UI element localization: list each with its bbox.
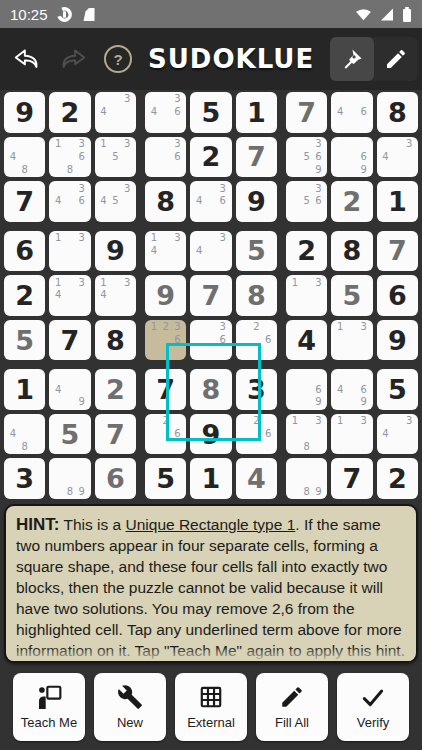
cell-value: 9 [156,282,175,309]
cell-r7c2[interactable]: 49 [49,369,90,410]
cell-value: 1 [15,376,34,403]
cell-r8c5[interactable]: 9 [190,414,231,455]
status-bar: 10:25 [0,0,422,28]
cell-r2c2[interactable]: 1368 [49,137,90,178]
cell-value: 5 [156,465,175,492]
redo-button[interactable] [58,47,88,71]
cell-r2c4[interactable]: 36 [145,137,186,178]
cell-r2c6[interactable]: 7 [236,137,277,178]
cell-r8c4[interactable]: 26 [145,414,186,455]
cell-value: 6 [388,282,407,309]
candidate-marks: 13 [334,321,369,360]
hint-text-lead: This is a [59,516,125,533]
cell-value: 8 [343,237,362,264]
cell-r9c1[interactable]: 3 [4,458,45,499]
cell-r9c2[interactable]: 89 [49,458,90,499]
cell-value: 6 [15,237,34,264]
cell-r6c3[interactable]: 8 [95,320,136,361]
clock: 10:25 [10,6,48,23]
cell-r1c2[interactable]: 2 [49,92,90,133]
cell-value: 7 [247,143,266,170]
candidate-marks: 26 [239,321,274,360]
cell-r5c6[interactable]: 8 [236,275,277,316]
cell-r6c7[interactable]: 4 [286,320,327,361]
cell-r7c7[interactable]: 69 [286,369,327,410]
cell-r9c3[interactable]: 6 [95,458,136,499]
cell-r1c8[interactable]: 46 [331,92,372,133]
undo-icon [12,47,42,71]
cell-r4c3[interactable]: 9 [95,231,136,272]
cell-r4c8[interactable]: 8 [331,231,372,272]
candidate-marks: 89 [52,459,87,498]
external-label: External [187,715,235,730]
checkmark-icon [360,684,386,710]
candidate-marks: 36 [193,321,228,360]
cell-r4c6[interactable]: 5 [236,231,277,272]
cell-r3c2[interactable]: 346 [49,181,90,222]
page-title: SUDOKLUE [148,44,314,74]
cell-value: 9 [247,188,266,215]
cell-value: 3 [15,465,34,492]
hint-technique-link[interactable]: Unique Rectangle type 1 [126,516,296,533]
cell-r1c4[interactable]: 346 [145,92,186,133]
cell-r6c5[interactable]: 36 [190,320,231,361]
candidate-marks: 48 [7,415,42,454]
cell-r6c9[interactable]: 9 [377,320,418,361]
candidate-marks: 134 [98,276,133,315]
hint-label: HINT: [16,515,59,534]
cell-value: 8 [106,327,125,354]
cell-r6c4[interactable]: 1236 [145,320,186,361]
redo-icon [58,47,88,71]
cell-value: 5 [247,237,266,264]
cell-value: 7 [106,421,125,448]
grid-icon [198,684,224,710]
candidate-marks: 13 [334,415,369,454]
cell-r7c1[interactable]: 1 [4,369,45,410]
external-button[interactable]: External [175,673,247,741]
cell-r3c1[interactable]: 7 [4,181,45,222]
cell-r5c4[interactable]: 9 [145,275,186,316]
cell-value: 2 [388,465,407,492]
candidate-marks: 138 [289,415,324,454]
cell-r7c6[interactable]: 3 [236,369,277,410]
cell-value: 2 [61,99,80,126]
candidate-marks: 469 [334,370,369,409]
wrench-icon [117,684,143,710]
candidate-marks: 26 [239,415,274,454]
cell-r3c9[interactable]: 1 [377,181,418,222]
candidate-marks: 48 [7,138,42,177]
wifi-icon [355,8,372,21]
cell-r4c5[interactable]: 34 [190,231,231,272]
cell-r6c1[interactable]: 5 [4,320,45,361]
cell-value: 7 [15,188,34,215]
verify-label: Verify [357,715,390,730]
cell-r3c6[interactable]: 9 [236,181,277,222]
cell-r8c6[interactable]: 26 [236,414,277,455]
cell-r9c9[interactable]: 2 [377,458,418,499]
cell-r3c5[interactable]: 346 [190,181,231,222]
candidate-marks: 134 [52,276,87,315]
candidate-marks: 34 [380,138,415,177]
new-label: New [117,715,143,730]
sd-card-icon [81,6,96,23]
cell-r8c1[interactable]: 48 [4,414,45,455]
cell-value: 2 [15,282,34,309]
cell-value: 8 [247,282,266,309]
cell-r5c5[interactable]: 7 [190,275,231,316]
cell-r4c9[interactable]: 7 [377,231,418,272]
candidate-marks: 1368 [52,138,87,177]
cell-r9c6[interactable]: 4 [236,458,277,499]
verify-button[interactable]: Verify [337,673,409,741]
candidate-marks: 346 [193,182,228,221]
cell-r7c9[interactable]: 5 [377,369,418,410]
solution-pen-button[interactable] [374,37,418,81]
cell-r1c9[interactable]: 8 [377,92,418,133]
cell-value: 1 [202,465,221,492]
candidate-marks: 356 [289,182,324,221]
cell-value: 5 [61,421,80,448]
cell-r3c8[interactable]: 2 [331,181,372,222]
hint-box: HINT: This is a Unique Rectangle type 1.… [4,504,418,663]
cell-r3c7[interactable]: 356 [286,181,327,222]
cell-value: 7 [343,465,362,492]
cell-value: 9 [106,237,125,264]
candidate-marks: 46 [334,93,369,132]
candidate-marks: 49 [52,370,87,409]
cell-value: 4 [247,465,266,492]
cell-r4c7[interactable]: 2 [286,231,327,272]
cell-value: 4 [297,327,316,354]
cell-r5c1[interactable]: 2 [4,275,45,316]
cell-value: 3 [247,376,266,403]
data-saver-icon [56,6,73,23]
cell-value: 2 [106,376,125,403]
cell-r8c7[interactable]: 138 [286,414,327,455]
cell-value: 7 [297,99,316,126]
candidate-marks: 69 [334,138,369,177]
pen-mode-group [330,37,418,81]
cell-value: 8 [156,188,175,215]
cell-r8c8[interactable]: 13 [331,414,372,455]
cell-value: 7 [61,327,80,354]
cell-r8c3[interactable]: 7 [95,414,136,455]
cell-r6c2[interactable]: 7 [49,320,90,361]
teach-me-button[interactable]: Teach Me [13,673,85,741]
cell-r9c4[interactable]: 5 [145,458,186,499]
new-button[interactable]: New [94,673,166,741]
cell-r2c5[interactable]: 2 [190,137,231,178]
bottom-toolbar: Teach Me New External Fill All Verify [0,663,422,741]
hint-text-body: . If the same two numbers appear in four… [16,516,405,659]
cell-r9c8[interactable]: 7 [331,458,372,499]
cell-r5c7[interactable]: 13 [286,275,327,316]
cell-r7c3[interactable]: 2 [95,369,136,410]
cell-r7c4[interactable]: 7 [145,369,186,410]
app-bar: ? SUDOKLUE [0,28,422,90]
cell-r3c3[interactable]: 345 [95,181,136,222]
cell-r2c9[interactable]: 34 [377,137,418,178]
candidate-marks: 1236 [148,321,183,360]
candidate-marks: 34 [380,415,415,454]
cell-value: 8 [388,99,407,126]
cell-value: 7 [202,282,221,309]
candidate-pen-button[interactable] [330,37,374,81]
cell-r4c4[interactable]: 134 [145,231,186,272]
fountain-pen-icon [339,46,365,72]
teach-me-label: Teach Me [21,715,77,730]
candidate-marks: 34 [98,93,133,132]
candidate-marks: 3569 [289,138,324,177]
cell-r6c6[interactable]: 26 [236,320,277,361]
fill-all-label: Fill All [275,715,309,730]
cell-r1c7[interactable]: 7 [286,92,327,133]
cell-r9c5[interactable]: 1 [190,458,231,499]
cell-r8c9[interactable]: 34 [377,414,418,455]
candidate-marks: 36 [148,138,183,177]
cell-value: 7 [156,376,175,403]
cell-r7c8[interactable]: 469 [331,369,372,410]
cell-value: 7 [388,237,407,264]
cell-value: 5 [343,282,362,309]
cell-r2c8[interactable]: 69 [331,137,372,178]
battery-icon [402,6,412,23]
undo-button[interactable] [12,47,42,71]
cell-value: 6 [106,465,125,492]
candidate-marks: 346 [52,182,87,221]
candidate-marks: 134 [148,232,183,271]
candidate-marks: 135 [98,138,133,177]
cell-value: 2 [202,143,221,170]
candidate-marks: 34 [193,232,228,271]
cell-value: 9 [15,99,34,126]
help-icon: ? [104,45,132,73]
pencil-icon [279,684,305,710]
cell-value: 5 [202,99,221,126]
cell-r8c2[interactable]: 5 [49,414,90,455]
candidate-marks: 346 [148,93,183,132]
cell-r1c1[interactable]: 9 [4,92,45,133]
cell-r1c3[interactable]: 34 [95,92,136,133]
cell-value: 5 [388,376,407,403]
cell-r7c5[interactable]: 8 [190,369,231,410]
help-button[interactable]: ? [104,45,132,73]
cell-value: 2 [343,188,362,215]
cell-r1c6[interactable]: 1 [236,92,277,133]
cell-r4c1[interactable]: 6 [4,231,45,272]
candidate-marks: 13 [289,276,324,315]
signal-icon [380,8,394,21]
cell-r5c8[interactable]: 5 [331,275,372,316]
cell-r9c7[interactable]: 89 [286,458,327,499]
sudoku-board: 9234346517468481368135362735696934734634… [4,92,418,499]
candidate-marks: 13 [52,232,87,271]
cell-value: 2 [297,237,316,264]
candidate-marks: 89 [289,459,324,498]
cell-value: 1 [388,188,407,215]
candidate-marks: 26 [148,415,183,454]
pencil-icon [384,47,408,71]
cell-r2c1[interactable]: 48 [4,137,45,178]
cell-r2c7[interactable]: 3569 [286,137,327,178]
cell-r5c9[interactable]: 6 [377,275,418,316]
cell-r3c4[interactable]: 8 [145,181,186,222]
cell-value: 9 [202,421,221,448]
cell-value: 5 [15,327,34,354]
cell-r6c8[interactable]: 13 [331,320,372,361]
fill-all-button[interactable]: Fill All [256,673,328,741]
cell-r5c2[interactable]: 134 [49,275,90,316]
candidate-marks: 345 [98,182,133,221]
cell-value: 9 [388,327,407,354]
teacher-icon [36,684,63,710]
candidate-marks: 69 [289,370,324,409]
cell-value: 1 [247,99,266,126]
cell-r1c5[interactable]: 5 [190,92,231,133]
cell-r4c2[interactable]: 13 [49,231,90,272]
cell-r5c3[interactable]: 134 [95,275,136,316]
cell-value: 8 [202,376,221,403]
cell-r2c3[interactable]: 135 [95,137,136,178]
